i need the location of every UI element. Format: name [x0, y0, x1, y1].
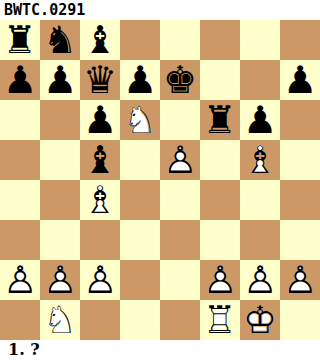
white-knight-piece[interactable]: ♞♘ [40, 300, 80, 340]
white-pawn-piece[interactable]: ♟♙ [240, 260, 280, 300]
square-b6[interactable] [40, 100, 80, 140]
square-b8[interactable]: ♞ [40, 20, 80, 60]
square-e4[interactable] [160, 180, 200, 220]
square-b2[interactable]: ♟♙ [40, 260, 80, 300]
white-knight-piece[interactable]: ♞♘ [120, 100, 160, 140]
move-prompt: 1. ? [0, 340, 320, 360]
black-pawn-piece[interactable]: ♟ [120, 60, 160, 100]
black-rook-piece[interactable]: ♜ [200, 100, 240, 140]
square-g3[interactable] [240, 220, 280, 260]
white-bishop-piece[interactable]: ♝♗ [80, 180, 120, 220]
square-h6[interactable] [280, 100, 320, 140]
piece-outline: ♗ [240, 140, 280, 180]
square-e8[interactable] [160, 20, 200, 60]
piece-outline: ♙ [80, 260, 120, 300]
piece-outline: ♙ [240, 260, 280, 300]
square-e1[interactable] [160, 300, 200, 340]
square-d8[interactable] [120, 20, 160, 60]
piece-outline: ♙ [200, 260, 240, 300]
square-b1[interactable]: ♞♘ [40, 300, 80, 340]
white-bishop-piece[interactable]: ♝♗ [240, 140, 280, 180]
piece-outline: ♙ [40, 260, 80, 300]
square-c4[interactable]: ♝♗ [80, 180, 120, 220]
square-a2[interactable]: ♟♙ [0, 260, 40, 300]
square-g6[interactable]: ♟ [240, 100, 280, 140]
piece-outline: ♘ [120, 100, 160, 140]
square-f5[interactable] [200, 140, 240, 180]
square-g4[interactable] [240, 180, 280, 220]
square-a4[interactable] [0, 180, 40, 220]
square-d3[interactable] [120, 220, 160, 260]
square-d6[interactable]: ♞♘ [120, 100, 160, 140]
black-knight-piece[interactable]: ♞ [40, 20, 80, 60]
square-a3[interactable] [0, 220, 40, 260]
square-h8[interactable] [280, 20, 320, 60]
black-rook-piece[interactable]: ♜ [0, 20, 40, 60]
square-f4[interactable] [200, 180, 240, 220]
square-h1[interactable] [280, 300, 320, 340]
black-pawn-piece[interactable]: ♟ [280, 60, 320, 100]
square-g8[interactable] [240, 20, 280, 60]
square-e6[interactable] [160, 100, 200, 140]
square-d1[interactable] [120, 300, 160, 340]
piece-outline: ♙ [0, 260, 40, 300]
square-d4[interactable] [120, 180, 160, 220]
black-bishop-piece[interactable]: ♝ [80, 140, 120, 180]
square-c3[interactable] [80, 220, 120, 260]
square-g2[interactable]: ♟♙ [240, 260, 280, 300]
square-a6[interactable] [0, 100, 40, 140]
white-pawn-piece[interactable]: ♟♙ [200, 260, 240, 300]
square-d7[interactable]: ♟ [120, 60, 160, 100]
square-b3[interactable] [40, 220, 80, 260]
square-f1[interactable]: ♜♖ [200, 300, 240, 340]
square-c6[interactable]: ♟ [80, 100, 120, 140]
square-e3[interactable] [160, 220, 200, 260]
white-king-piece[interactable]: ♚♔ [240, 300, 280, 340]
chess-board: ♜♞♝♟♟♛♟♚♟♟♞♘♜♟♝♟♙♝♗♝♗♟♙♟♙♟♙♟♙♟♙♟♙♞♘♜♖♚♔ [0, 20, 320, 340]
square-h3[interactable] [280, 220, 320, 260]
square-d2[interactable] [120, 260, 160, 300]
square-f8[interactable] [200, 20, 240, 60]
square-g1[interactable]: ♚♔ [240, 300, 280, 340]
diagram-title: BWTC.0291 [0, 0, 320, 20]
square-a7[interactable]: ♟ [0, 60, 40, 100]
white-rook-piece[interactable]: ♜♖ [200, 300, 240, 340]
square-e2[interactable] [160, 260, 200, 300]
black-pawn-piece[interactable]: ♟ [0, 60, 40, 100]
square-h4[interactable] [280, 180, 320, 220]
square-f7[interactable] [200, 60, 240, 100]
black-king-piece[interactable]: ♚ [160, 60, 200, 100]
square-c8[interactable]: ♝ [80, 20, 120, 60]
white-pawn-piece[interactable]: ♟♙ [80, 260, 120, 300]
black-bishop-piece[interactable]: ♝ [80, 20, 120, 60]
square-h2[interactable]: ♟♙ [280, 260, 320, 300]
square-f6[interactable]: ♜ [200, 100, 240, 140]
square-a8[interactable]: ♜ [0, 20, 40, 60]
black-queen-piece[interactable]: ♛ [80, 60, 120, 100]
piece-outline: ♔ [240, 300, 280, 340]
square-f2[interactable]: ♟♙ [200, 260, 240, 300]
square-g7[interactable] [240, 60, 280, 100]
black-pawn-piece[interactable]: ♟ [40, 60, 80, 100]
piece-outline: ♗ [80, 180, 120, 220]
piece-outline: ♖ [200, 300, 240, 340]
piece-outline: ♘ [40, 300, 80, 340]
square-b5[interactable] [40, 140, 80, 180]
square-c7[interactable]: ♛ [80, 60, 120, 100]
square-e7[interactable]: ♚ [160, 60, 200, 100]
square-a5[interactable] [0, 140, 40, 180]
square-a1[interactable] [0, 300, 40, 340]
black-pawn-piece[interactable]: ♟ [80, 100, 120, 140]
black-pawn-piece[interactable]: ♟ [240, 100, 280, 140]
square-h5[interactable] [280, 140, 320, 180]
square-c5[interactable]: ♝ [80, 140, 120, 180]
square-e5[interactable]: ♟♙ [160, 140, 200, 180]
square-b7[interactable]: ♟ [40, 60, 80, 100]
square-f3[interactable] [200, 220, 240, 260]
piece-outline: ♙ [280, 260, 320, 300]
square-c1[interactable] [80, 300, 120, 340]
square-c2[interactable]: ♟♙ [80, 260, 120, 300]
white-pawn-piece[interactable]: ♟♙ [0, 260, 40, 300]
square-b4[interactable] [40, 180, 80, 220]
square-g5[interactable]: ♝♗ [240, 140, 280, 180]
white-pawn-piece[interactable]: ♟♙ [40, 260, 80, 300]
white-pawn-piece[interactable]: ♟♙ [280, 260, 320, 300]
white-pawn-piece[interactable]: ♟♙ [160, 140, 200, 180]
piece-outline: ♙ [160, 140, 200, 180]
square-h7[interactable]: ♟ [280, 60, 320, 100]
square-d5[interactable] [120, 140, 160, 180]
